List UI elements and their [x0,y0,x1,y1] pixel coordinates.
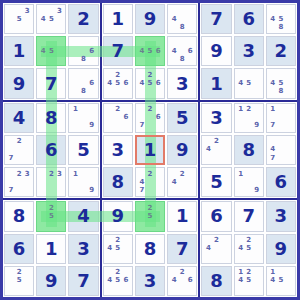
candidate-6: 6 [154,80,162,88]
candidate-grid: 456 [138,39,162,63]
cell-value: 6 [210,207,223,225]
cell-value: 5 [77,141,90,159]
candidate-5: 5 [146,80,154,88]
cell-r3c1[interactable]: 9 [4,68,34,98]
cell-value: 1 [45,240,58,258]
cell-value: 4 [77,207,90,225]
candidate-grid: 35 [7,7,31,31]
cell-r8c1[interactable]: 6 [4,234,34,264]
candidate-6: 6 [122,277,130,285]
cell-r5c4[interactable]: 3 [103,135,133,165]
cell-value: 8 [242,141,255,159]
cell-r7c6[interactable]: 1 [167,201,197,231]
cell-r9c7[interactable]: 8 [201,266,231,296]
candidate-grid: 1245 [237,269,261,293]
cell-r6c1[interactable]: 237 [4,167,34,197]
cell-value: 6 [275,173,288,191]
candidate-grid: 2456 [106,71,130,95]
candidate-2: 2 [15,170,23,178]
chain-link-strip [145,41,156,226]
candidate-grid: 45 [39,39,63,63]
candidate-7: 7 [269,154,277,162]
cell-value: 5 [210,173,223,191]
cell-value: 3 [77,240,90,258]
cell-value: 9 [45,272,58,290]
candidate-1: 1 [71,106,79,114]
cell-r8c3[interactable]: 3 [68,234,98,264]
cell-value: 1 [176,207,189,225]
candidate-grid: 468 [170,39,194,63]
candidate-grid: 23 [39,170,63,194]
cell-r7c8[interactable]: 7 [234,201,264,231]
chain-link-strip [46,41,57,226]
cell-r2c7[interactable]: 9 [201,36,231,66]
sudoku-board: 3534521948764581456874564689329768245624… [0,0,300,300]
candidate-4: 4 [170,15,178,23]
candidate-4: 4 [106,80,114,88]
cell-value: 3 [210,109,223,127]
candidate-3: 3 [23,170,31,178]
cell-r9c3[interactable]: 7 [68,266,98,296]
candidate-6: 6 [186,47,194,55]
candidate-grid: 129 [237,106,261,130]
candidate-6: 6 [154,114,162,122]
cell-r4c4[interactable]: 26 [103,103,133,133]
cell-value: 1 [13,42,26,60]
candidate-grid: 27 [7,138,31,162]
candidate-5: 5 [146,47,154,55]
candidate-grid: 68 [71,71,95,95]
candidate-4: 4 [204,245,212,253]
candidate-5: 5 [15,277,23,285]
cell-r4c3[interactable]: 19 [68,103,98,133]
cell-value: 9 [144,10,157,28]
candidate-grid: 68 [71,39,95,63]
candidate-4: 4 [170,178,178,186]
candidate-8: 8 [277,23,285,31]
cell-value: 8 [45,109,58,127]
candidate-grid: 26 [106,106,130,130]
cell-value: 6 [45,141,58,159]
candidate-grid: 19 [71,170,95,194]
candidate-4: 4 [170,47,178,55]
candidate-1: 1 [269,106,277,114]
cell-r1c5[interactable]: 9 [135,4,165,34]
cell-r1c3[interactable]: 2 [68,4,98,34]
cell-value: 8 [13,207,26,225]
candidate-2: 2 [212,138,220,146]
cell-r2c9[interactable]: 2 [266,36,296,66]
candidate-grid: 246 [170,269,194,293]
cell-value: 1 [112,10,125,28]
cell-r8c5[interactable]: 8 [135,234,165,264]
candidate-4: 4 [106,277,114,285]
candidate-5: 5 [277,15,285,23]
candidate-4: 4 [204,146,212,154]
candidate-7: 7 [138,122,146,130]
candidate-3: 3 [23,7,31,15]
cell-r9c8[interactable]: 1245 [234,266,264,296]
candidate-5: 5 [47,47,55,55]
candidate-8: 8 [178,55,186,63]
candidate-grid: 247 [138,170,162,194]
cell-r5c8[interactable]: 8 [234,135,264,165]
cell-value: 9 [210,42,223,60]
cell-r3c6[interactable]: 3 [167,68,197,98]
cell-r2c5[interactable]: 456 [135,36,165,66]
cell-r8c2[interactable]: 1 [36,234,66,264]
candidate-grid: 47 [269,138,293,162]
cell-r3c8[interactable]: 45 [234,68,264,98]
cell-value: 3 [112,141,125,159]
cell-r1c2[interactable]: 345 [36,4,66,34]
candidate-6: 6 [88,80,96,88]
candidate-5: 5 [146,212,154,220]
candidate-grid: 25 [39,204,63,228]
candidate-5: 5 [114,80,122,88]
cell-r7c2[interactable]: 25 [36,201,66,231]
cell-r3c3[interactable]: 68 [68,68,98,98]
cell-r7c9[interactable]: 3 [266,201,296,231]
cell-r3c9[interactable]: 458 [266,68,296,98]
cell-r1c8[interactable]: 6 [234,4,264,34]
box-separator-vertical [198,3,200,297]
cell-value: 5 [176,109,189,127]
candidate-5: 5 [47,212,55,220]
candidate-grid: 2456 [138,71,162,95]
candidate-6: 6 [154,47,162,55]
cell-r4c8[interactable]: 129 [234,103,264,133]
candidate-8: 8 [178,23,186,31]
cell-r2c2[interactable]: 45 [36,36,66,66]
cell-r8c9[interactable]: 9 [266,234,296,264]
cell-value: 7 [45,75,58,93]
candidate-4: 4 [237,277,245,285]
cell-r4c7[interactable]: 3 [201,103,231,133]
cell-r6c9[interactable]: 6 [266,167,296,197]
candidate-grid: 24 [204,138,228,162]
cell-r5c3[interactable]: 5 [68,135,98,165]
candidate-5: 5 [114,245,122,253]
candidate-7: 7 [269,122,277,130]
candidate-5: 5 [47,15,55,23]
candidate-1: 1 [237,106,245,114]
cell-r9c1[interactable]: 25 [4,266,34,296]
candidate-2: 2 [245,106,253,114]
cell-value: 6 [13,240,26,258]
cell-value: 7 [77,272,90,290]
candidate-grid: 25 [7,269,31,293]
candidate-2: 2 [178,170,186,178]
candidate-7: 7 [7,154,15,162]
cell-value: 9 [112,207,125,225]
cell-value: 8 [112,173,125,191]
cell-r4c1[interactable]: 4 [4,103,34,133]
candidate-2: 2 [146,170,154,178]
cell-r1c4[interactable]: 1 [103,4,133,34]
cell-r9c9[interactable]: 145 [266,266,296,296]
cell-r5c6[interactable]: 9 [167,135,197,165]
candidate-8: 8 [80,88,88,96]
candidate-grid: 19 [237,170,261,194]
candidate-4: 4 [138,80,146,88]
candidate-3: 3 [55,170,63,178]
candidate-5: 5 [15,15,23,23]
candidate-grid: 245 [106,237,130,261]
cell-r8c7[interactable]: 24 [201,234,231,264]
cell-value: 7 [176,240,189,258]
cell-r5c1[interactable]: 27 [4,135,34,165]
cell-value: 3 [144,272,157,290]
candidate-5: 5 [277,277,285,285]
candidate-2: 2 [146,106,154,114]
candidate-4: 4 [106,245,114,253]
candidate-grid: 237 [7,170,31,194]
candidate-grid: 2456 [106,269,130,293]
candidate-1: 1 [71,170,79,178]
candidate-grid: 48 [170,7,194,31]
candidate-7: 7 [7,186,15,194]
candidate-grid: 458 [269,71,293,95]
cell-value: 8 [144,240,157,258]
cell-r2c6[interactable]: 468 [167,36,197,66]
candidate-2: 2 [212,237,220,245]
candidate-4: 4 [269,80,277,88]
candidate-grid: 345 [39,7,63,31]
candidate-grid: 24 [204,237,228,261]
cell-r4c6[interactable]: 5 [167,103,197,133]
cell-value: 3 [275,207,288,225]
cell-r3c5[interactable]: 2456 [135,68,165,98]
cell-r6c8[interactable]: 19 [234,167,264,197]
cell-value: 1 [210,75,223,93]
cell-r7c5[interactable]: 25 [135,201,165,231]
candidate-4: 4 [269,277,277,285]
cell-r8c4[interactable]: 245 [103,234,133,264]
cell-value: 2 [77,10,90,28]
candidate-4: 4 [237,80,245,88]
candidate-9: 9 [253,186,261,194]
candidate-grid: 245 [237,237,261,261]
candidate-3: 3 [55,7,63,15]
cell-r7c1[interactable]: 8 [4,201,34,231]
cell-r4c9[interactable]: 17 [266,103,296,133]
candidate-grid: 145 [269,269,293,293]
candidate-4: 4 [39,15,47,23]
cell-value: 9 [275,240,288,258]
candidate-8: 8 [80,55,88,63]
candidate-9: 9 [253,122,261,130]
cell-r2c8[interactable]: 3 [234,36,264,66]
candidate-5: 5 [245,277,253,285]
cell-r6c5[interactable]: 247 [135,167,165,197]
candidate-grid: 45 [237,71,261,95]
candidate-2: 2 [114,106,122,114]
cell-r9c6[interactable]: 246 [167,266,197,296]
candidate-4: 4 [237,245,245,253]
cell-r4c5[interactable]: 267 [135,103,165,133]
cell-value: 9 [176,141,189,159]
cell-r1c1[interactable]: 35 [4,4,34,34]
candidate-1: 1 [237,170,245,178]
candidate-grid: 19 [71,106,95,130]
candidate-grid: 17 [269,106,293,130]
candidate-8: 8 [277,88,285,96]
cell-r5c7[interactable]: 24 [201,135,231,165]
candidate-5: 5 [245,80,253,88]
candidate-2: 2 [178,269,186,277]
candidate-grid: 24 [170,170,194,194]
cell-r8c8[interactable]: 245 [234,234,264,264]
cell-r9c2[interactable]: 9 [36,266,66,296]
candidate-7: 7 [138,186,146,194]
cell-value: 7 [242,207,255,225]
cell-r3c4[interactable]: 2456 [103,68,133,98]
cell-r9c5[interactable]: 3 [135,266,165,296]
candidate-grid: 458 [269,7,293,31]
cell-r6c7[interactable]: 5 [201,167,231,197]
cell-value: 3 [176,75,189,93]
candidate-6: 6 [186,277,194,285]
candidate-5: 5 [245,245,253,253]
cell-r5c9[interactable]: 47 [266,135,296,165]
cell-r1c7[interactable]: 7 [201,4,231,34]
candidate-5: 5 [114,277,122,285]
candidate-6: 6 [88,47,96,55]
candidate-9: 9 [88,122,96,130]
candidate-grid: 25 [138,204,162,228]
candidate-6: 6 [122,80,130,88]
cell-value: 6 [242,10,255,28]
candidate-4: 4 [269,146,277,154]
cell-value: 7 [210,10,223,28]
cell-r6c4[interactable]: 8 [103,167,133,197]
cell-r8c6[interactable]: 7 [167,234,197,264]
cell-r1c6[interactable]: 48 [167,4,197,34]
candidate-4: 4 [170,277,178,285]
cell-value: 4 [13,109,26,127]
candidate-2: 2 [47,170,55,178]
cell-value: 2 [275,42,288,60]
candidate-4: 4 [39,47,47,55]
candidate-4: 4 [269,15,277,23]
cell-r6c6[interactable]: 24 [167,167,197,197]
cell-r3c7[interactable]: 1 [201,68,231,98]
candidate-6: 6 [122,114,130,122]
cell-r2c3[interactable]: 68 [68,36,98,66]
cell-r1c9[interactable]: 458 [266,4,296,34]
eliminated-cell-outline [135,135,165,165]
cell-r6c3[interactable]: 19 [68,167,98,197]
cell-r6c2[interactable]: 23 [36,167,66,197]
cell-r9c4[interactable]: 2456 [103,266,133,296]
candidate-4: 4 [138,47,146,55]
cell-value: 3 [242,42,255,60]
cell-r2c1[interactable]: 1 [4,36,34,66]
cell-r7c7[interactable]: 6 [201,201,231,231]
cell-value: 7 [112,42,125,60]
candidate-grid: 267 [138,106,162,130]
cell-value: 8 [210,272,223,290]
cell-value: 9 [13,75,26,93]
candidate-9: 9 [88,186,96,194]
candidate-2: 2 [15,138,23,146]
